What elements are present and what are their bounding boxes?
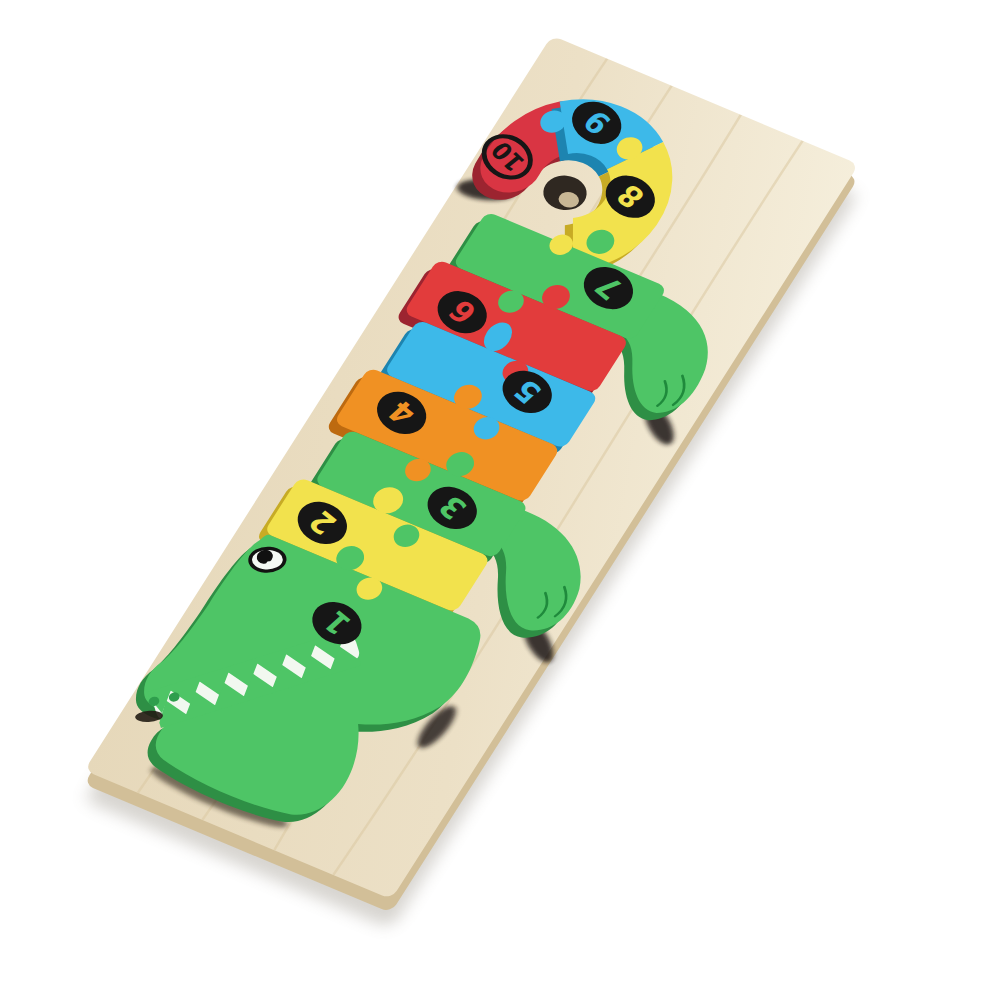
board-wrap: 1 2 3 4 5 bbox=[84, 36, 859, 900]
puzzle-photo: 1 2 3 4 5 bbox=[84, 36, 859, 900]
product-photo: 1 2 3 4 5 bbox=[0, 0, 1002, 1002]
